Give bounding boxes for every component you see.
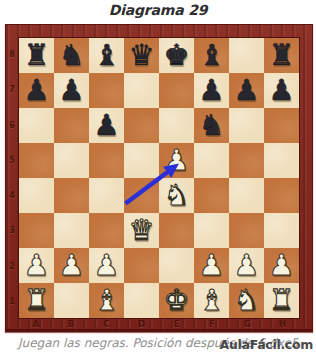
piece-black-pawn: ♟ [24, 73, 50, 108]
piece-black-rook: ♜ [24, 38, 50, 73]
square-d2 [124, 248, 159, 283]
file-label-f: F [194, 319, 229, 329]
square-d8: ♛ [124, 38, 159, 73]
square-f2: ♟ [194, 248, 229, 283]
rank-label-4: 4 [6, 178, 18, 213]
piece-white-bishop: ♝ [94, 283, 120, 318]
square-c5 [89, 143, 124, 178]
file-label-c: C [89, 319, 124, 329]
square-h2: ♟ [264, 248, 299, 283]
square-a3 [19, 213, 54, 248]
square-d5 [124, 143, 159, 178]
rank-label-7: 7 [6, 72, 18, 107]
piece-white-pawn: ♟ [24, 248, 50, 283]
square-f6: ♞ [194, 108, 229, 143]
piece-white-pawn: ♟ [164, 143, 190, 178]
square-b5 [54, 143, 89, 178]
file-label-b: B [53, 319, 88, 329]
square-e7 [159, 73, 194, 108]
square-c2: ♟ [89, 248, 124, 283]
piece-white-pawn: ♟ [234, 248, 260, 283]
rank-label-6: 6 [6, 108, 18, 143]
file-label-h: H [265, 319, 300, 329]
piece-white-bishop: ♝ [199, 283, 225, 318]
square-h8: ♜ [264, 38, 299, 73]
square-h7: ♟ [264, 73, 299, 108]
file-labels: ABCDEFGH [18, 319, 300, 329]
square-a8: ♜ [19, 38, 54, 73]
piece-black-knight: ♞ [199, 108, 225, 143]
square-f3 [194, 213, 229, 248]
rank-label-1: 1 [6, 284, 18, 319]
piece-black-king: ♚ [164, 38, 190, 73]
square-e4: ♞ [159, 178, 194, 213]
square-g5 [229, 143, 264, 178]
rank-label-8: 8 [6, 37, 18, 72]
square-f5 [194, 143, 229, 178]
piece-white-pawn: ♟ [199, 248, 225, 283]
square-c1: ♝ [89, 283, 124, 318]
watermark: AulaFácil.com [220, 337, 313, 352]
square-e6 [159, 108, 194, 143]
square-b7: ♟ [54, 73, 89, 108]
piece-white-queen: ♛ [129, 213, 155, 248]
square-e8: ♚ [159, 38, 194, 73]
piece-black-bishop: ♝ [199, 38, 225, 73]
square-a2: ♟ [19, 248, 54, 283]
square-f7: ♟ [194, 73, 229, 108]
square-b2: ♟ [54, 248, 89, 283]
chess-board-frame: 87654321 ABCDEFGH ♜♞♝♛♚♝♜♟♟♟♟♟♟♞♟♞♛♟♟♟♟♟… [5, 24, 313, 332]
square-c7 [89, 73, 124, 108]
square-a6 [19, 108, 54, 143]
piece-black-queen: ♛ [129, 38, 155, 73]
square-b1 [54, 283, 89, 318]
square-e5: ♟ [159, 143, 194, 178]
square-c3 [89, 213, 124, 248]
square-d6 [124, 108, 159, 143]
square-a7: ♟ [19, 73, 54, 108]
square-g3 [229, 213, 264, 248]
file-label-d: D [124, 319, 159, 329]
square-g4 [229, 178, 264, 213]
square-g1: ♞ [229, 283, 264, 318]
piece-black-pawn: ♟ [199, 73, 225, 108]
piece-white-pawn: ♟ [269, 248, 295, 283]
square-b8: ♞ [54, 38, 89, 73]
square-h4 [264, 178, 299, 213]
square-b4 [54, 178, 89, 213]
rank-labels: 87654321 [6, 37, 18, 319]
piece-white-pawn: ♟ [94, 248, 120, 283]
piece-black-pawn: ♟ [234, 73, 260, 108]
square-d7 [124, 73, 159, 108]
piece-white-rook: ♜ [24, 283, 50, 318]
square-c6: ♟ [89, 108, 124, 143]
square-f8: ♝ [194, 38, 229, 73]
square-g7: ♟ [229, 73, 264, 108]
square-g2: ♟ [229, 248, 264, 283]
file-label-g: G [230, 319, 265, 329]
rank-label-2: 2 [6, 249, 18, 284]
piece-black-rook: ♜ [269, 38, 295, 73]
piece-white-knight: ♞ [164, 178, 190, 213]
square-a1: ♜ [19, 283, 54, 318]
square-d3: ♛ [124, 213, 159, 248]
square-h6 [264, 108, 299, 143]
square-a5 [19, 143, 54, 178]
square-e2 [159, 248, 194, 283]
piece-black-knight: ♞ [59, 38, 85, 73]
file-label-e: E [159, 319, 194, 329]
square-c8: ♝ [89, 38, 124, 73]
piece-white-rook: ♜ [269, 283, 295, 318]
square-f4 [194, 178, 229, 213]
rank-label-3: 3 [6, 213, 18, 248]
square-h1: ♜ [264, 283, 299, 318]
piece-white-knight: ♞ [234, 283, 260, 318]
square-d1 [124, 283, 159, 318]
square-d4 [124, 178, 159, 213]
piece-black-pawn: ♟ [59, 73, 85, 108]
square-e3 [159, 213, 194, 248]
board-grid: ♜♞♝♛♚♝♜♟♟♟♟♟♟♞♟♞♛♟♟♟♟♟♟♜♝♚♝♞♜ [19, 38, 299, 318]
chess-board: ♜♞♝♛♚♝♜♟♟♟♟♟♟♞♟♞♛♟♟♟♟♟♟♜♝♚♝♞♜ [18, 37, 300, 319]
square-c4 [89, 178, 124, 213]
square-b6 [54, 108, 89, 143]
piece-white-king: ♚ [164, 283, 190, 318]
square-e1: ♚ [159, 283, 194, 318]
square-h3 [264, 213, 299, 248]
rank-label-5: 5 [6, 143, 18, 178]
square-b3 [54, 213, 89, 248]
diagram-title: Diagrama 29 [0, 2, 316, 18]
piece-black-pawn: ♟ [94, 108, 120, 143]
square-f1: ♝ [194, 283, 229, 318]
square-h5 [264, 143, 299, 178]
square-a4 [19, 178, 54, 213]
file-label-a: A [18, 319, 53, 329]
piece-black-pawn: ♟ [269, 73, 295, 108]
square-g6 [229, 108, 264, 143]
piece-black-bishop: ♝ [94, 38, 120, 73]
square-g8 [229, 38, 264, 73]
piece-white-pawn: ♟ [59, 248, 85, 283]
